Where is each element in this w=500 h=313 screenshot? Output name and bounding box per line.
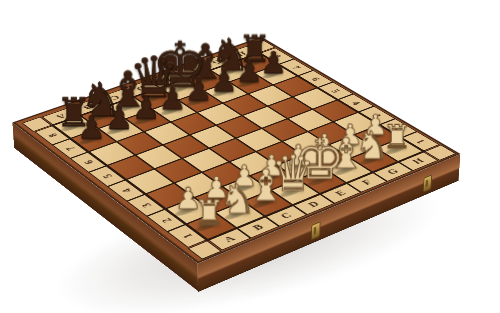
chess-set-photo: ABCDEFGH ABCDEFGH 87654321 87654321 ♜♞♝♛… [0, 0, 500, 313]
brass-clasp-icon [311, 221, 321, 240]
piece-a1-white-rook[interactable]: ♜ [193, 195, 224, 230]
piece-a7-black-pawn[interactable]: ♟ [76, 112, 105, 144]
brass-clasp-icon [423, 174, 432, 192]
